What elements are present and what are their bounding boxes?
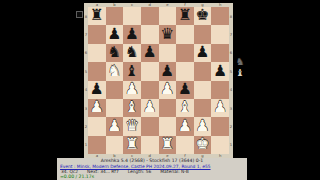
- white-pawn: ♟: [178, 118, 192, 134]
- rank-label-3: 3: [229, 99, 233, 117]
- square-g4[interactable]: [194, 81, 212, 99]
- black-pawn: ♟: [107, 26, 121, 42]
- engine-eval-text: =0.00 / 21.17s: [57, 174, 247, 180]
- video-frame: abcdefgh abcdefgh 87654321 87654321 ♜♜♚♟…: [0, 0, 320, 180]
- square-b8[interactable]: [106, 7, 124, 25]
- rank-label-7: 7: [229, 25, 233, 43]
- square-b3[interactable]: [106, 99, 124, 117]
- square-f8[interactable]: ♜: [176, 7, 194, 25]
- material-imbalance-panel: ♞♝: [233, 56, 247, 78]
- white-pawn: ♟: [143, 100, 157, 116]
- black-knight: ♞: [125, 45, 139, 61]
- square-e7[interactable]: ♛: [159, 25, 177, 43]
- square-f7[interactable]: [176, 25, 194, 43]
- white-pawn: ♟: [196, 118, 210, 134]
- square-d1[interactable]: [141, 136, 159, 154]
- square-a1[interactable]: [88, 136, 106, 154]
- square-h7[interactable]: [211, 25, 229, 43]
- square-a7[interactable]: [88, 25, 106, 43]
- chess-board: abcdefgh abcdefgh 87654321 87654321 ♜♜♚♟…: [84, 3, 233, 158]
- white-pawn: ♟: [125, 81, 139, 97]
- square-h8[interactable]: [211, 7, 229, 25]
- black-pawn: ♟: [125, 26, 139, 42]
- black-pawn: ♟: [143, 45, 157, 61]
- square-a8[interactable]: ♜: [88, 7, 106, 25]
- white-pawn: ♟: [90, 100, 104, 116]
- white-rook: ♜: [160, 137, 174, 153]
- square-b5[interactable]: ♞: [106, 62, 124, 80]
- square-g8[interactable]: ♚: [194, 7, 212, 25]
- square-h4[interactable]: [211, 81, 229, 99]
- square-g7[interactable]: [194, 25, 212, 43]
- square-a4[interactable]: ♟: [88, 81, 106, 99]
- square-b4[interactable]: [106, 81, 124, 99]
- square-g3[interactable]: [194, 99, 212, 117]
- square-b7[interactable]: ♟: [106, 25, 124, 43]
- square-c2[interactable]: ♛: [123, 117, 141, 135]
- black-bishop: ♝: [125, 63, 139, 79]
- square-c3[interactable]: ♝: [123, 99, 141, 117]
- white-bishop-icon: ♝: [236, 67, 245, 78]
- square-d8[interactable]: [141, 7, 159, 25]
- white-bishop: ♝: [125, 100, 139, 116]
- white-pawn: ♟: [160, 81, 174, 97]
- square-g1[interactable]: ♚: [194, 136, 212, 154]
- square-a5[interactable]: [88, 62, 106, 80]
- square-f1[interactable]: [176, 136, 194, 154]
- square-g5[interactable]: [194, 62, 212, 80]
- caption-panel: Areshka 5.4 (2568) - Stockfish 17 (3644)…: [57, 158, 247, 180]
- square-e4[interactable]: ♟: [159, 81, 177, 99]
- square-a6[interactable]: [88, 44, 106, 62]
- square-c1[interactable]: ♜: [123, 136, 141, 154]
- black-pawn: ♟: [90, 81, 104, 97]
- square-a2[interactable]: [88, 117, 106, 135]
- board-grid: ♜♜♚♟♟♛♞♞♟♟♞♝♟♟♟♟♟♟♟♝♟♝♟♟♛♟♟♜♜♚: [88, 7, 229, 154]
- black-rook: ♜: [178, 8, 192, 24]
- square-d6[interactable]: ♟: [141, 44, 159, 62]
- square-f3[interactable]: ♝: [176, 99, 194, 117]
- square-h2[interactable]: [211, 117, 229, 135]
- square-a3[interactable]: ♟: [88, 99, 106, 117]
- black-pawn: ♟: [160, 63, 174, 79]
- square-c4[interactable]: ♟: [123, 81, 141, 99]
- rank-label-8: 8: [229, 7, 233, 25]
- black-pawn: ♟: [178, 81, 192, 97]
- white-king: ♚: [196, 137, 210, 153]
- square-e8[interactable]: [159, 7, 177, 25]
- square-e1[interactable]: ♜: [159, 136, 177, 154]
- square-f6[interactable]: [176, 44, 194, 62]
- black-rook: ♜: [90, 8, 104, 24]
- black-pawn: ♟: [213, 63, 227, 79]
- material-text: Material: N-B: [160, 169, 188, 174]
- white-pawn: ♟: [107, 118, 121, 134]
- next-move-text: Next: 34... Rf7: [87, 169, 119, 174]
- square-h3[interactable]: ♟: [211, 99, 229, 117]
- length-text: Length: 56: [128, 169, 152, 174]
- square-d5[interactable]: [141, 62, 159, 80]
- square-h5[interactable]: ♟: [211, 62, 229, 80]
- square-e6[interactable]: [159, 44, 177, 62]
- black-pawn: ♟: [196, 45, 210, 61]
- square-f5[interactable]: [176, 62, 194, 80]
- last-move-text: 34. Qc2: [61, 169, 78, 174]
- black-knight-icon: ♞: [236, 56, 245, 67]
- side-to-move-indicator: [76, 11, 83, 18]
- rank-labels-right: 87654321: [229, 7, 233, 154]
- square-c8[interactable]: [123, 7, 141, 25]
- square-c6[interactable]: ♞: [123, 44, 141, 62]
- square-h6[interactable]: [211, 44, 229, 62]
- square-c7[interactable]: ♟: [123, 25, 141, 43]
- square-e3[interactable]: [159, 99, 177, 117]
- square-e2[interactable]: [159, 117, 177, 135]
- square-d2[interactable]: [141, 117, 159, 135]
- white-queen: ♛: [125, 118, 139, 134]
- square-d4[interactable]: [141, 81, 159, 99]
- rank-label-1: 1: [229, 136, 233, 154]
- black-queen: ♛: [160, 26, 174, 42]
- square-b6[interactable]: ♞: [106, 44, 124, 62]
- square-b1[interactable]: [106, 136, 124, 154]
- square-b2[interactable]: ♟: [106, 117, 124, 135]
- square-c5[interactable]: ♝: [123, 62, 141, 80]
- square-h1[interactable]: [211, 136, 229, 154]
- square-e5[interactable]: ♟: [159, 62, 177, 80]
- square-f2[interactable]: ♟: [176, 117, 194, 135]
- white-rook: ♜: [125, 137, 139, 153]
- white-pawn: ♟: [213, 100, 227, 116]
- white-bishop: ♝: [178, 100, 192, 116]
- black-king: ♚: [196, 8, 210, 24]
- square-f4[interactable]: ♟: [176, 81, 194, 99]
- square-g2[interactable]: ♟: [194, 117, 212, 135]
- white-knight: ♞: [107, 63, 121, 79]
- square-d7[interactable]: [141, 25, 159, 43]
- rank-label-2: 2: [229, 117, 233, 135]
- rank-label-4: 4: [229, 81, 233, 99]
- square-d3[interactable]: ♟: [141, 99, 159, 117]
- black-knight: ♞: [107, 45, 121, 61]
- square-g6[interactable]: ♟: [194, 44, 212, 62]
